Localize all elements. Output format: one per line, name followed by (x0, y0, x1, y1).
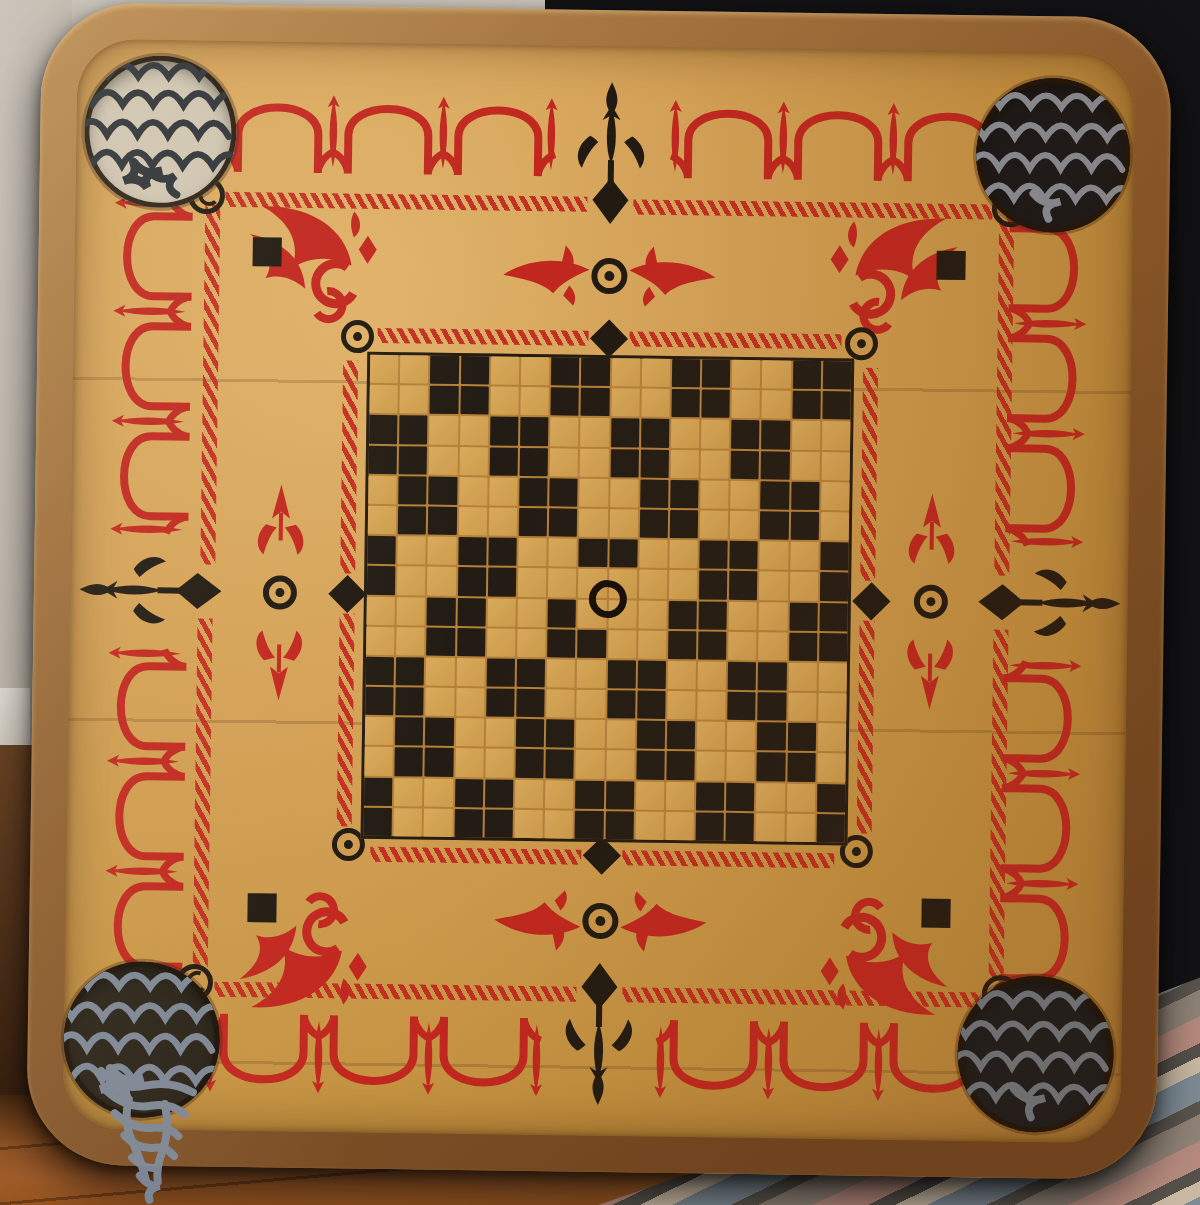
grid-cell (579, 478, 608, 507)
grid-cell (698, 631, 727, 660)
grid-cell (606, 720, 635, 749)
inner-hatch-bottom-right (622, 850, 834, 868)
grid-cell (760, 511, 789, 540)
grid-cell (395, 717, 424, 746)
grid-cell (485, 749, 514, 778)
grid-cell (790, 512, 819, 541)
grid-cell (759, 572, 788, 601)
grid-cell (670, 450, 699, 479)
inner-hatch-bottom-left (370, 847, 581, 865)
grid-cell (514, 810, 543, 839)
grid-cell (455, 748, 484, 777)
grid-cell (520, 387, 549, 416)
grid-cell (820, 572, 849, 601)
grid-cell (758, 662, 787, 691)
grid-cell (728, 662, 757, 691)
grid-cell (701, 390, 730, 419)
grid-cell (822, 421, 851, 450)
grid-cell (639, 509, 668, 538)
grid-cell (821, 512, 850, 541)
grid-cell (518, 568, 547, 597)
grid-cell (368, 506, 397, 535)
grid-cell (729, 571, 758, 600)
grid-cell (671, 419, 700, 448)
grid-cell (758, 692, 787, 721)
grid-cell (459, 447, 488, 476)
grid-cell (728, 632, 757, 661)
grid-cell (821, 482, 850, 511)
grid-cell (550, 418, 579, 447)
grid-cell (575, 780, 604, 809)
grid-cell (491, 356, 520, 385)
grid-cell (455, 779, 484, 808)
grid-cell (546, 720, 575, 749)
grid-cell (547, 659, 576, 688)
grid-cell (639, 570, 668, 599)
grid-cell (517, 629, 546, 658)
grid-cell (577, 629, 606, 658)
grid-cell (455, 718, 484, 747)
grid-cell (817, 754, 846, 783)
grid-cell (400, 355, 429, 384)
grid-cell (668, 600, 697, 629)
grid-cell (370, 355, 399, 384)
grid-cell (636, 751, 665, 780)
grid-cell (726, 782, 755, 811)
grid-cell (791, 481, 820, 510)
grid-cell (579, 539, 608, 568)
grid-cell (427, 597, 456, 626)
grid-cell (701, 450, 730, 479)
grid-cell (726, 813, 755, 842)
grid-cell (576, 750, 605, 779)
grid-cell (577, 690, 606, 719)
grid-cell (367, 536, 396, 565)
grid-cell (398, 536, 427, 565)
grid-cell (605, 781, 634, 810)
fleur-top-icon (555, 79, 667, 226)
inner-hatch-top-right (629, 331, 841, 349)
grid-cell (516, 689, 545, 718)
photo-scene (0, 0, 1200, 1205)
grid-cell (611, 358, 640, 387)
grid-cell (790, 572, 819, 601)
grid-cell (699, 541, 728, 570)
grid-cell (761, 451, 790, 480)
inner-hatch-top-left (377, 328, 588, 346)
grid-cell (816, 814, 845, 843)
grid-cell (489, 477, 518, 506)
grid-cell (700, 510, 729, 539)
fleur-left-icon (77, 534, 224, 646)
grid-cell (671, 389, 700, 418)
grid-cell (823, 361, 852, 390)
grid-cell (729, 601, 758, 630)
grid-cell (486, 688, 515, 717)
inner-hatch-right-lower (857, 621, 875, 834)
grid-cell (520, 417, 549, 446)
grid-cell (364, 777, 393, 806)
grid-cell (369, 415, 398, 444)
grid-cell (606, 751, 635, 780)
grid-cell (638, 630, 667, 659)
grid-cell (397, 597, 426, 626)
grid-cell (788, 663, 817, 692)
grid-cell (395, 687, 424, 716)
grid-cell (430, 386, 459, 415)
grid-cell (548, 538, 577, 567)
grid-cell (786, 813, 815, 842)
grid-cell (635, 811, 664, 840)
grid-cell (454, 809, 483, 838)
grid-cell (398, 506, 427, 535)
grid-cell (518, 538, 547, 567)
grid-cell (399, 416, 428, 445)
grid-cell (611, 388, 640, 417)
wing-cluster-bottom (490, 886, 711, 959)
grid-cell (756, 783, 785, 812)
grid-cell (697, 691, 726, 720)
grid-cell (428, 537, 457, 566)
grid-cell (641, 419, 670, 448)
grid-cell (670, 480, 699, 509)
grid-cell (426, 657, 455, 686)
grid-cell (792, 361, 821, 390)
grid-cell (820, 542, 849, 571)
black-square-mark (253, 237, 282, 266)
grid-cell (369, 445, 398, 474)
grid-cell (761, 421, 790, 450)
palmette-bottom-left (223, 863, 385, 1015)
fleur-right-icon (977, 547, 1124, 659)
grid-cell (396, 627, 425, 656)
grid-cell (642, 359, 671, 388)
grid-cell (792, 421, 821, 450)
grid-cell (730, 511, 759, 540)
grid-cell (429, 446, 458, 475)
grid-cell (364, 808, 393, 837)
grid-cell (395, 748, 424, 777)
grid-cell (519, 478, 548, 507)
grid-cell (792, 391, 821, 420)
grid-cell (425, 718, 454, 747)
grid-cell (787, 753, 816, 782)
grid-cell (665, 812, 694, 841)
grid-cell (521, 357, 550, 386)
grid-cell (636, 781, 665, 810)
grid-cell (611, 419, 640, 448)
grid-cell (365, 717, 394, 746)
grid-cell (485, 779, 514, 808)
grid-cell (430, 356, 459, 385)
grid-cell (457, 567, 486, 596)
grid-cell (424, 778, 453, 807)
grid-cell (520, 447, 549, 476)
fleur-bottom-icon (543, 961, 655, 1108)
grid-cell (727, 722, 756, 751)
grid-cell (546, 689, 575, 718)
grid-cell (426, 688, 455, 717)
grid-cell (698, 661, 727, 690)
grid-cell (609, 509, 638, 538)
grid-cell (484, 809, 513, 838)
grid-cell (367, 566, 396, 595)
grid-cell (788, 693, 817, 722)
grid-cell (789, 632, 818, 661)
grid-cell (515, 749, 544, 778)
grid-cell (819, 603, 848, 632)
grid-cell (639, 540, 668, 569)
grid-cell (758, 632, 787, 661)
grid-cell (610, 479, 639, 508)
grid-cell (394, 808, 423, 837)
wing-cluster-top (499, 239, 720, 312)
grid-cell (459, 477, 488, 506)
grid-cell (490, 417, 519, 446)
grid-cell (667, 691, 696, 720)
black-square-mark (936, 251, 965, 280)
grid-cell (818, 723, 847, 752)
grid-cell (458, 507, 487, 536)
grid-cell (760, 541, 789, 570)
grid-cell (516, 719, 545, 748)
inner-hatch-right-upper (860, 368, 878, 581)
grid-cell (610, 449, 639, 478)
grid-cell (637, 691, 666, 720)
net-tail-bottom-left (69, 1069, 241, 1203)
grid-cell (576, 720, 605, 749)
grid-cell (732, 360, 761, 389)
grid-cell (398, 476, 427, 505)
grid-cell (551, 387, 580, 416)
grid-cell (486, 719, 515, 748)
grid-cell (757, 753, 786, 782)
grid-cell (638, 600, 667, 629)
inner-hatch-left-lower (337, 613, 355, 826)
grid-cell (670, 510, 699, 539)
grid-cell (666, 751, 695, 780)
grid-cell (487, 628, 516, 657)
grid-cell (396, 657, 425, 686)
grid-cell (640, 449, 669, 478)
carrom-board (26, 2, 1172, 1180)
palmette-bottom-right (803, 869, 965, 1021)
grid-cell (545, 780, 574, 809)
grid-cell (581, 388, 610, 417)
grid-cell (460, 356, 489, 385)
grid-cell (365, 687, 394, 716)
grid-cell (821, 452, 850, 481)
grid-cell (818, 663, 847, 692)
grid-cell (517, 659, 546, 688)
spear-cluster-left (243, 482, 316, 703)
grid-cell (368, 476, 397, 505)
grid-cell (605, 811, 634, 840)
grid-cell (548, 599, 577, 628)
spear-cluster-right (894, 491, 967, 712)
grid-cell (575, 811, 604, 840)
grid-cell (545, 810, 574, 839)
grid-cell (731, 420, 760, 449)
grid-cell (696, 812, 725, 841)
grid-cell (487, 598, 516, 627)
grid-cell (429, 476, 458, 505)
grid-cell (759, 602, 788, 631)
grid-cell (609, 539, 638, 568)
grid-cell (640, 479, 669, 508)
grid-cell (486, 658, 515, 687)
grid-cell (489, 507, 518, 536)
grid-cell (701, 420, 730, 449)
grid-cell (366, 626, 395, 655)
grid-cell (608, 630, 637, 659)
inner-hatch-left-upper (340, 360, 358, 573)
grid-cell (456, 658, 485, 687)
grid-cell (580, 418, 609, 447)
grid-cell (457, 628, 486, 657)
grid-cell (668, 631, 697, 660)
grid-cell (460, 416, 489, 445)
grid-cell (607, 660, 636, 689)
grid-cell (428, 507, 457, 536)
grid-cell (579, 509, 608, 538)
grid-cell (551, 357, 580, 386)
grid-cell (787, 723, 816, 752)
baseboard (0, 688, 30, 750)
grid-cell (460, 386, 489, 415)
grid-cell (581, 358, 610, 387)
grid-cell (757, 722, 786, 751)
grid-cell (546, 750, 575, 779)
grid-cell (699, 571, 728, 600)
grid-cell (394, 778, 423, 807)
center-ring-mark (588, 579, 627, 618)
grid-cell (731, 450, 760, 479)
grid-cell (696, 752, 725, 781)
grid-cell (515, 779, 544, 808)
grid-cell (400, 385, 429, 414)
grid-cell (818, 693, 847, 722)
grid-cell (367, 596, 396, 625)
grid-cell (489, 447, 518, 476)
grid-cell (549, 478, 578, 507)
grid-cell (756, 813, 785, 842)
grid-cell (789, 602, 818, 631)
grid-cell (397, 566, 426, 595)
grid-cell (488, 538, 517, 567)
grid-cell (490, 387, 519, 416)
grid-cell (666, 782, 695, 811)
grid-cell (762, 360, 791, 389)
grid-cell (730, 541, 759, 570)
grid-cell (672, 359, 701, 388)
black-square-mark (247, 893, 276, 922)
grid-cell (700, 480, 729, 509)
grid-cell (577, 660, 606, 689)
grid-cell (488, 568, 517, 597)
grid-cell (667, 721, 696, 750)
grid-cell (366, 657, 395, 686)
grid-cell (429, 416, 458, 445)
grid-cell (458, 537, 487, 566)
grid-cell (668, 661, 697, 690)
grid-cell (425, 748, 454, 777)
grid-cell (669, 570, 698, 599)
grid-cell (547, 629, 576, 658)
grid-cell (637, 660, 666, 689)
grid-cell (369, 385, 398, 414)
grid-cell (399, 446, 428, 475)
grid-cell (791, 451, 820, 480)
grid-cell (636, 721, 665, 750)
grid-cell (549, 508, 578, 537)
grid-cell (730, 481, 759, 510)
grid-cell (790, 542, 819, 571)
grid-cell (457, 598, 486, 627)
grid-cell (732, 390, 761, 419)
grid-cell (697, 722, 726, 751)
grid-cell (424, 808, 453, 837)
grid-cell (822, 391, 851, 420)
grid-cell (517, 598, 546, 627)
black-square-mark (921, 899, 950, 928)
grid-cell (456, 688, 485, 717)
grid-cell (819, 633, 848, 662)
grid-cell (426, 627, 455, 656)
grid-cell (580, 448, 609, 477)
grid-cell (761, 481, 790, 510)
grid-cell (817, 784, 846, 813)
grid-cell (727, 752, 756, 781)
grid-cell (727, 692, 756, 721)
grid-cell (607, 690, 636, 719)
grid-cell (550, 448, 579, 477)
grid-cell (427, 567, 456, 596)
grid-cell (762, 390, 791, 419)
grid-cell (669, 540, 698, 569)
grid-cell (787, 783, 816, 812)
grid-cell (364, 747, 393, 776)
grid-cell (699, 601, 728, 630)
grid-cell (519, 508, 548, 537)
grid-cell (641, 389, 670, 418)
grid-cell (696, 782, 725, 811)
grid-cell (548, 569, 577, 598)
grid-cell (702, 359, 731, 388)
checker-grid (361, 352, 855, 846)
